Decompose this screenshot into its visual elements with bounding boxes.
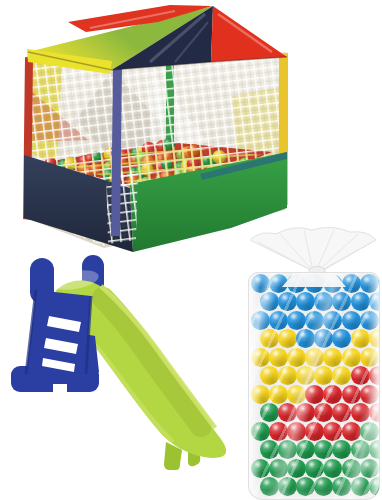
bag-ball-red [332, 403, 351, 422]
bag-ball-yellow [323, 348, 342, 367]
bag-ball-green [269, 459, 288, 478]
bag-ball-blue [314, 329, 333, 348]
bag-ball-yellow [360, 348, 379, 367]
bag-ball-blue [278, 292, 297, 311]
bag-ball-red [323, 422, 342, 441]
bag-ball-yellow [278, 329, 297, 348]
bag-ball-red [296, 403, 315, 422]
bag-ball-red [278, 403, 297, 422]
bag-ball-yellow [314, 366, 333, 385]
pit-net-hanging-corner [106, 170, 138, 244]
bag-ball-blue [287, 311, 306, 330]
bag-ball-blue [342, 311, 361, 330]
bag-body [248, 272, 380, 500]
bag-ball-blue [360, 311, 379, 330]
bag-ball-blue [351, 292, 370, 311]
bag-ball-blue [296, 329, 315, 348]
bag-ball-green [351, 440, 370, 459]
bag-ball-blue [342, 274, 361, 293]
product-photo-stage [0, 0, 382, 500]
bag-ball-red [305, 385, 324, 404]
ladder-left-handle [30, 258, 54, 304]
bag-ball-green [260, 440, 279, 459]
bag-ball-blue [269, 274, 288, 293]
bag-ball-blue [360, 274, 379, 293]
bag-ball-green [332, 440, 351, 459]
bag-ball-green [260, 403, 279, 422]
bag-ball-green [260, 477, 279, 496]
bag-ball-blue [296, 292, 315, 311]
bag-ball-green [323, 459, 342, 478]
bag-ball-blue [251, 274, 270, 293]
bag-ball-yellow [260, 366, 279, 385]
bag-ball-green [278, 440, 297, 459]
bag-ball-green [314, 477, 333, 496]
bag-ball-blue [314, 292, 333, 311]
bag-ball-green [251, 422, 270, 441]
ladder-base-notch [53, 384, 67, 392]
bag-ball-yellow [296, 366, 315, 385]
bag-ball-green [287, 459, 306, 478]
bag-ball-red [342, 422, 361, 441]
ball-bag [246, 224, 380, 498]
bag-ball-red [287, 422, 306, 441]
bag-ball-green [351, 477, 370, 496]
bag-ball-yellow [369, 329, 380, 348]
bag-ball-yellow [342, 348, 361, 367]
toddler-slide [5, 250, 240, 480]
bag-ball-blue [332, 292, 351, 311]
bag-ball-green [360, 422, 379, 441]
bag-ball-blue [260, 292, 279, 311]
bag-ball-yellow [287, 348, 306, 367]
bag-ball-green [251, 459, 270, 478]
bag-ball-yellow [332, 366, 351, 385]
bag-ball-red [342, 385, 361, 404]
bag-ball-red [269, 422, 288, 441]
bag-ball-yellow [287, 385, 306, 404]
bag-ball-blue [269, 311, 288, 330]
bag-ball-yellow [251, 348, 270, 367]
bag-ball-green [296, 477, 315, 496]
bag-ball-red [323, 385, 342, 404]
bag-knot [246, 224, 380, 276]
bag-ball-blue [305, 311, 324, 330]
bag-ball-blue [323, 311, 342, 330]
bag-ball-yellow [278, 366, 297, 385]
bag-ball-green [278, 477, 297, 496]
bag-ball-yellow [269, 348, 288, 367]
roof-right-red-panel [211, 6, 287, 62]
bag-ball-blue [332, 329, 351, 348]
bag-ball-blue [251, 311, 270, 330]
bag-ball-green [314, 440, 333, 459]
bag-ball-red [305, 422, 324, 441]
bag-ball-green [342, 459, 361, 478]
bag-ball-red [314, 403, 333, 422]
bag-ball-yellow [269, 385, 288, 404]
bag-ball-red [351, 366, 370, 385]
bag-ball-green [332, 477, 351, 496]
bag-ball-green [305, 459, 324, 478]
bag-ball-red [360, 385, 379, 404]
bag-ball-red [369, 403, 380, 422]
bag-ball-yellow [351, 329, 370, 348]
bag-ball-green [296, 440, 315, 459]
bag-ball-blue [369, 292, 380, 311]
bag-knot-fan [250, 227, 376, 271]
bag-ball-red [369, 366, 380, 385]
bag-ball-yellow [260, 329, 279, 348]
bag-ball-green [369, 477, 380, 496]
bag-ball-yellow [251, 385, 270, 404]
bag-ball-yellow [305, 348, 324, 367]
bag-ball-green [369, 440, 380, 459]
bag-ball-green [360, 459, 379, 478]
bag-ball-red [351, 403, 370, 422]
